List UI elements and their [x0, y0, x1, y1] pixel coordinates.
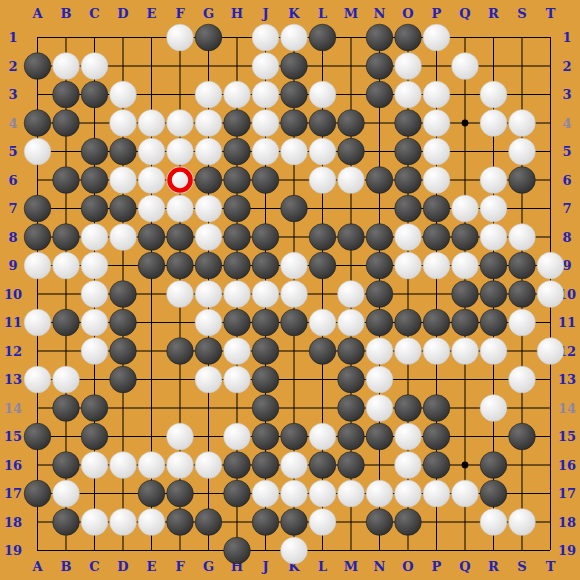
- col-label-top-F: F: [175, 6, 185, 21]
- black-stone-H17: [224, 480, 251, 507]
- row-label-right-8: 8: [562, 230, 571, 245]
- black-stone-L1: [309, 24, 336, 51]
- black-stone-R10: [480, 281, 507, 308]
- white-stone-G8: [195, 224, 222, 251]
- white-stone-G5: [195, 138, 222, 165]
- col-label-top-K: K: [288, 6, 300, 21]
- black-stone-C3: [81, 81, 108, 108]
- col-label-top-R: R: [488, 6, 499, 21]
- black-stone-C14: [81, 395, 108, 422]
- black-stone-Q11: [452, 309, 479, 336]
- white-stone-J1: [252, 24, 279, 51]
- black-stone-M15: [338, 423, 365, 450]
- white-stone-A5: [24, 138, 51, 165]
- row-label-right-2: 2: [562, 59, 571, 74]
- col-label-bottom-R: R: [488, 559, 499, 574]
- black-stone-M14: [338, 395, 365, 422]
- black-stone-A15: [24, 423, 51, 450]
- white-stone-C11: [81, 309, 108, 336]
- black-stone-B3: [53, 81, 80, 108]
- white-stone-R18: [480, 509, 507, 536]
- white-stone-S13: [509, 366, 536, 393]
- white-stone-F10: [167, 281, 194, 308]
- black-stone-S6: [509, 167, 536, 194]
- row-label-left-19: 19: [4, 543, 22, 558]
- black-stone-J9: [252, 252, 279, 279]
- white-stone-E5: [138, 138, 165, 165]
- black-stone-K11: [281, 309, 308, 336]
- black-stone-H16: [224, 452, 251, 479]
- col-label-bottom-M: M: [344, 559, 358, 574]
- row-label-right-11: 11: [558, 315, 576, 330]
- white-stone-P9: [423, 252, 450, 279]
- white-stone-P3: [423, 81, 450, 108]
- white-stone-F5: [167, 138, 194, 165]
- black-stone-L16: [309, 452, 336, 479]
- black-stone-M13: [338, 366, 365, 393]
- black-stone-P14: [423, 395, 450, 422]
- white-stone-T9: [537, 252, 564, 279]
- white-stone-Q9: [452, 252, 479, 279]
- row-label-left-7: 7: [8, 201, 17, 216]
- row-label-left-18: 18: [4, 515, 22, 530]
- row-label-left-5: 5: [8, 144, 17, 159]
- black-stone-M5: [338, 138, 365, 165]
- black-stone-M8: [338, 224, 365, 251]
- white-stone-R4: [480, 110, 507, 137]
- black-stone-M4: [338, 110, 365, 137]
- black-stone-N18: [366, 509, 393, 536]
- white-stone-D18: [110, 509, 137, 536]
- white-stone-C9: [81, 252, 108, 279]
- white-stone-F1: [167, 24, 194, 51]
- black-stone-B4: [53, 110, 80, 137]
- white-stone-J2: [252, 53, 279, 80]
- white-stone-R14: [480, 395, 507, 422]
- white-stone-C8: [81, 224, 108, 251]
- black-stone-K2: [281, 53, 308, 80]
- black-stone-H5: [224, 138, 251, 165]
- white-stone-F4: [167, 110, 194, 137]
- col-label-top-S: S: [517, 6, 526, 21]
- black-stone-O5: [395, 138, 422, 165]
- black-stone-D12: [110, 338, 137, 365]
- white-stone-N14: [366, 395, 393, 422]
- row-label-left-12: 12: [4, 344, 22, 359]
- white-stone-L6: [309, 167, 336, 194]
- col-label-bottom-B: B: [61, 559, 72, 574]
- white-stone-J10: [252, 281, 279, 308]
- col-label-bottom-Q: Q: [459, 559, 470, 574]
- white-stone-G3: [195, 81, 222, 108]
- white-stone-K19: [281, 537, 308, 564]
- white-stone-D16: [110, 452, 137, 479]
- black-stone-R11: [480, 309, 507, 336]
- white-stone-M6: [338, 167, 365, 194]
- black-stone-S10: [509, 281, 536, 308]
- black-stone-F12: [167, 338, 194, 365]
- white-stone-K5: [281, 138, 308, 165]
- white-stone-O12: [395, 338, 422, 365]
- white-stone-L17: [309, 480, 336, 507]
- col-label-top-M: M: [344, 6, 358, 21]
- row-label-right-1: 1: [562, 30, 571, 45]
- white-stone-O3: [395, 81, 422, 108]
- white-stone-H3: [224, 81, 251, 108]
- black-stone-E8: [138, 224, 165, 251]
- white-stone-K17: [281, 480, 308, 507]
- black-stone-N2: [366, 53, 393, 80]
- black-stone-G18: [195, 509, 222, 536]
- black-stone-L12: [309, 338, 336, 365]
- black-stone-N9: [366, 252, 393, 279]
- black-stone-G1: [195, 24, 222, 51]
- col-label-top-G: G: [203, 6, 214, 21]
- col-label-bottom-G: G: [203, 559, 214, 574]
- white-stone-K1: [281, 24, 308, 51]
- row-label-right-6: 6: [562, 173, 571, 188]
- black-stone-K7: [281, 195, 308, 222]
- black-stone-H7: [224, 195, 251, 222]
- row-label-left-10: 10: [4, 287, 22, 302]
- white-stone-P1: [423, 24, 450, 51]
- white-stone-K9: [281, 252, 308, 279]
- white-stone-G10: [195, 281, 222, 308]
- black-stone-H19: [224, 537, 251, 564]
- white-stone-R12: [480, 338, 507, 365]
- white-stone-N13: [366, 366, 393, 393]
- black-stone-K3: [281, 81, 308, 108]
- row-label-left-2: 2: [8, 59, 17, 74]
- col-label-top-E: E: [147, 6, 157, 21]
- row-label-left-9: 9: [8, 258, 17, 273]
- white-stone-L3: [309, 81, 336, 108]
- white-stone-P17: [423, 480, 450, 507]
- col-label-top-H: H: [231, 6, 243, 21]
- white-stone-S18: [509, 509, 536, 536]
- white-stone-A9: [24, 252, 51, 279]
- row-label-left-17: 17: [4, 486, 22, 501]
- white-stone-R8: [480, 224, 507, 251]
- black-stone-O14: [395, 395, 422, 422]
- white-stone-O9: [395, 252, 422, 279]
- row-label-right-14: 14: [558, 401, 576, 416]
- black-stone-J6: [252, 167, 279, 194]
- row-label-left-6: 6: [8, 173, 17, 188]
- col-label-bottom-F: F: [175, 559, 185, 574]
- white-stone-K10: [281, 281, 308, 308]
- black-stone-P7: [423, 195, 450, 222]
- white-stone-M10: [338, 281, 365, 308]
- black-stone-A8: [24, 224, 51, 251]
- row-label-right-17: 17: [558, 486, 576, 501]
- white-stone-N17: [366, 480, 393, 507]
- white-stone-D8: [110, 224, 137, 251]
- white-stone-L15: [309, 423, 336, 450]
- col-label-top-Q: Q: [459, 6, 470, 21]
- black-stone-N6: [366, 167, 393, 194]
- white-stone-P12: [423, 338, 450, 365]
- row-label-right-3: 3: [562, 87, 571, 102]
- white-stone-R3: [480, 81, 507, 108]
- black-stone-B6: [53, 167, 80, 194]
- col-label-top-O: O: [402, 6, 413, 21]
- row-label-left-14: 14: [4, 401, 22, 416]
- col-label-top-J: J: [261, 6, 268, 21]
- col-label-top-N: N: [374, 6, 386, 21]
- row-label-left-15: 15: [4, 429, 22, 444]
- white-stone-Q12: [452, 338, 479, 365]
- black-stone-M16: [338, 452, 365, 479]
- black-stone-J14: [252, 395, 279, 422]
- white-stone-P4: [423, 110, 450, 137]
- row-label-left-4: 4: [8, 116, 17, 131]
- white-stone-L18: [309, 509, 336, 536]
- go-board-page: AABBCCDDEEFFGGHHJJKKLLMMNNOOPPQQRRSSTT11…: [0, 0, 580, 580]
- black-stone-G6: [195, 167, 222, 194]
- black-stone-S15: [509, 423, 536, 450]
- row-label-right-19: 19: [558, 543, 576, 558]
- white-stone-N12: [366, 338, 393, 365]
- black-stone-H4: [224, 110, 251, 137]
- col-label-top-T: T: [546, 6, 556, 21]
- white-stone-L11: [309, 309, 336, 336]
- black-stone-C15: [81, 423, 108, 450]
- black-stone-B11: [53, 309, 80, 336]
- black-stone-J11: [252, 309, 279, 336]
- black-stone-N11: [366, 309, 393, 336]
- black-stone-D11: [110, 309, 137, 336]
- white-stone-B2: [53, 53, 80, 80]
- black-stone-H11: [224, 309, 251, 336]
- black-stone-H8: [224, 224, 251, 251]
- white-stone-G11: [195, 309, 222, 336]
- black-stone-P16: [423, 452, 450, 479]
- black-stone-J15: [252, 423, 279, 450]
- col-label-bottom-S: S: [517, 559, 526, 574]
- row-label-left-3: 3: [8, 87, 17, 102]
- black-stone-O18: [395, 509, 422, 536]
- black-stone-J18: [252, 509, 279, 536]
- white-stone-O15: [395, 423, 422, 450]
- black-stone-H6: [224, 167, 251, 194]
- col-label-bottom-A: A: [31, 559, 43, 574]
- white-stone-O17: [395, 480, 422, 507]
- black-stone-R16: [480, 452, 507, 479]
- white-stone-R7: [480, 195, 507, 222]
- white-stone-L5: [309, 138, 336, 165]
- white-stone-C10: [81, 281, 108, 308]
- row-label-right-7: 7: [562, 201, 571, 216]
- col-label-bottom-J: J: [261, 559, 268, 574]
- white-stone-M11: [338, 309, 365, 336]
- black-stone-D13: [110, 366, 137, 393]
- col-label-bottom-T: T: [546, 559, 556, 574]
- black-stone-G12: [195, 338, 222, 365]
- white-stone-B13: [53, 366, 80, 393]
- col-label-top-C: C: [89, 6, 99, 21]
- white-stone-H10: [224, 281, 251, 308]
- white-stone-J17: [252, 480, 279, 507]
- white-stone-D6: [110, 167, 137, 194]
- white-stone-G13: [195, 366, 222, 393]
- white-stone-A11: [24, 309, 51, 336]
- row-label-left-8: 8: [8, 230, 17, 245]
- black-stone-B18: [53, 509, 80, 536]
- black-stone-N3: [366, 81, 393, 108]
- black-stone-D5: [110, 138, 137, 165]
- black-stone-J16: [252, 452, 279, 479]
- white-stone-E4: [138, 110, 165, 137]
- row-label-left-16: 16: [4, 458, 22, 473]
- row-label-left-1: 1: [8, 30, 17, 45]
- white-stone-G4: [195, 110, 222, 137]
- black-stone-P8: [423, 224, 450, 251]
- black-stone-F9: [167, 252, 194, 279]
- white-stone-S11: [509, 309, 536, 336]
- white-stone-C2: [81, 53, 108, 80]
- black-stone-N8: [366, 224, 393, 251]
- white-stone-K16: [281, 452, 308, 479]
- row-label-right-13: 13: [558, 372, 576, 387]
- white-stone-J3: [252, 81, 279, 108]
- row-label-left-13: 13: [4, 372, 22, 387]
- row-label-right-15: 15: [558, 429, 576, 444]
- star-point-Q16: [462, 462, 469, 469]
- black-stone-K4: [281, 110, 308, 137]
- black-stone-S9: [509, 252, 536, 279]
- col-label-top-D: D: [117, 6, 128, 21]
- white-stone-Q17: [452, 480, 479, 507]
- white-stone-T12: [537, 338, 564, 365]
- black-stone-P11: [423, 309, 450, 336]
- black-stone-A4: [24, 110, 51, 137]
- white-stone-C12: [81, 338, 108, 365]
- black-stone-A17: [24, 480, 51, 507]
- black-stone-L8: [309, 224, 336, 251]
- white-stone-D3: [110, 81, 137, 108]
- black-stone-G9: [195, 252, 222, 279]
- star-point-Q4: [462, 120, 469, 127]
- black-stone-O6: [395, 167, 422, 194]
- col-label-top-P: P: [432, 6, 442, 21]
- white-stone-P6: [423, 167, 450, 194]
- col-label-top-L: L: [318, 6, 327, 21]
- col-label-bottom-C: C: [89, 559, 99, 574]
- black-stone-N15: [366, 423, 393, 450]
- white-stone-E6: [138, 167, 165, 194]
- black-stone-J12: [252, 338, 279, 365]
- black-stone-O11: [395, 309, 422, 336]
- black-stone-F17: [167, 480, 194, 507]
- col-label-top-B: B: [61, 6, 72, 21]
- white-stone-M17: [338, 480, 365, 507]
- row-label-right-5: 5: [562, 144, 571, 159]
- black-stone-F18: [167, 509, 194, 536]
- black-stone-B8: [53, 224, 80, 251]
- col-label-bottom-E: E: [147, 559, 157, 574]
- white-stone-S5: [509, 138, 536, 165]
- col-label-top-A: A: [31, 6, 43, 21]
- black-stone-C5: [81, 138, 108, 165]
- black-stone-L9: [309, 252, 336, 279]
- col-label-bottom-O: O: [402, 559, 413, 574]
- white-stone-H12: [224, 338, 251, 365]
- white-stone-S4: [509, 110, 536, 137]
- white-stone-C18: [81, 509, 108, 536]
- white-stone-P5: [423, 138, 450, 165]
- white-stone-H13: [224, 366, 251, 393]
- black-stone-Q10: [452, 281, 479, 308]
- black-stone-A2: [24, 53, 51, 80]
- white-stone-B17: [53, 480, 80, 507]
- white-stone-E7: [138, 195, 165, 222]
- black-stone-A7: [24, 195, 51, 222]
- white-stone-O8: [395, 224, 422, 251]
- white-stone-F15: [167, 423, 194, 450]
- white-stone-B9: [53, 252, 80, 279]
- white-stone-G7: [195, 195, 222, 222]
- black-stone-K15: [281, 423, 308, 450]
- white-stone-F16: [167, 452, 194, 479]
- black-stone-O1: [395, 24, 422, 51]
- black-stone-C7: [81, 195, 108, 222]
- white-stone-S8: [509, 224, 536, 251]
- white-stone-R6: [480, 167, 507, 194]
- row-label-right-4: 4: [562, 116, 571, 131]
- black-stone-K18: [281, 509, 308, 536]
- black-stone-J13: [252, 366, 279, 393]
- black-stone-R17: [480, 480, 507, 507]
- black-stone-B14: [53, 395, 80, 422]
- white-stone-F7: [167, 195, 194, 222]
- black-stone-F8: [167, 224, 194, 251]
- black-stone-J8: [252, 224, 279, 251]
- white-stone-E18: [138, 509, 165, 536]
- white-stone-H15: [224, 423, 251, 450]
- white-stone-O2: [395, 53, 422, 80]
- white-stone-Q7: [452, 195, 479, 222]
- col-label-bottom-L: L: [318, 559, 327, 574]
- black-stone-O7: [395, 195, 422, 222]
- black-stone-R9: [480, 252, 507, 279]
- white-stone-Q2: [452, 53, 479, 80]
- white-stone-J4: [252, 110, 279, 137]
- col-label-bottom-D: D: [117, 559, 128, 574]
- black-stone-N10: [366, 281, 393, 308]
- black-stone-Q8: [452, 224, 479, 251]
- black-stone-D10: [110, 281, 137, 308]
- row-label-left-11: 11: [4, 315, 22, 330]
- black-stone-N1: [366, 24, 393, 51]
- goban[interactable]: AABBCCDDEEFFGGHHJJKKLLMMNNOOPPQQRRSSTT11…: [0, 0, 580, 580]
- col-label-bottom-P: P: [432, 559, 442, 574]
- black-stone-E17: [138, 480, 165, 507]
- col-label-bottom-N: N: [374, 559, 386, 574]
- white-stone-J5: [252, 138, 279, 165]
- white-stone-A13: [24, 366, 51, 393]
- black-stone-C6: [81, 167, 108, 194]
- black-stone-B16: [53, 452, 80, 479]
- row-label-right-16: 16: [558, 458, 576, 473]
- white-stone-G16: [195, 452, 222, 479]
- black-stone-E9: [138, 252, 165, 279]
- black-stone-P15: [423, 423, 450, 450]
- black-stone-D7: [110, 195, 137, 222]
- black-stone-O4: [395, 110, 422, 137]
- white-stone-T10: [537, 281, 564, 308]
- white-stone-O16: [395, 452, 422, 479]
